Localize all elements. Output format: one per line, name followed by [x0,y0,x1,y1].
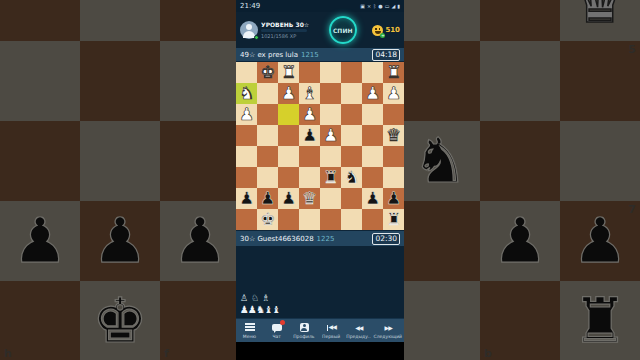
lower-panel: ♙ ♘ ♗ ♟♟♞♝♝ [236,246,404,318]
level-block: УРОВЕНЬ 30☆ 1021/1586 XP [261,21,313,39]
bottom-player-rating: 1225 [317,235,335,243]
white-piece: ♟ [239,104,254,125]
square-e7[interactable]: ♛ [299,188,320,209]
toolbar-label: Следующий [374,333,402,338]
white-piece: ♞ [239,83,254,104]
square-e2[interactable]: ♝ [299,83,320,104]
square-c4[interactable] [341,125,362,146]
status-icons: ▣×ᛒ●▭◢▮ [360,0,400,12]
bottom-toolbar: МенюЧатПрофиль◀◀Первый◀◀Предыду..▶▶Следу… [236,318,404,342]
premium-smiley-icon: + [372,25,383,36]
square-e5[interactable] [299,146,320,167]
toolbar-label: Меню [243,333,256,338]
square-a2[interactable]: ♟ [383,83,404,104]
square-b2[interactable]: ♟ [362,83,383,104]
white-piece: ♟ [323,125,338,146]
black-piece: ♟ [281,188,296,209]
square-a6[interactable] [383,167,404,188]
square-d1[interactable] [320,62,341,83]
menu-icon [245,323,255,332]
square-a1[interactable]: ♜ [383,62,404,83]
square-f7[interactable]: ♟ [278,188,299,209]
profile-icon [300,323,309,332]
white-piece: ♚ [260,62,275,83]
plus-badge-icon: + [380,33,385,38]
white-piece: ♟ [386,83,401,104]
status-icon: ▭ [385,0,390,12]
toolbar-item-menu[interactable]: Меню [236,319,263,342]
square-f2[interactable]: ♟ [278,83,299,104]
toolbar-label: Чат [273,333,281,338]
top-player-name: 49☆ ex pres lula [240,51,298,59]
square-g4[interactable] [257,125,278,146]
square-d6[interactable]: ♜ [320,167,341,188]
white-piece: ♛ [386,125,401,146]
bottom-black-strip [236,342,404,360]
level-label: УРОВЕНЬ 30☆ [261,21,313,28]
status-icon: ▮ [397,0,400,12]
toolbar-item-next[interactable]: ▶▶Следующий [372,319,404,342]
square-c6[interactable]: ♞ [341,167,362,188]
square-c2[interactable] [341,83,362,104]
square-a4[interactable]: ♛ [383,125,404,146]
square-b1[interactable] [362,62,383,83]
square-h3[interactable]: ♟ [236,104,257,125]
black-piece: ♛ [302,188,317,209]
black-piece: ♟ [365,188,380,209]
phone-screen: 21:49 ▣×ᛒ●▭◢▮ УРОВЕНЬ 30☆ 1021/1586 XP С… [236,0,404,360]
toolbar-item-prev[interactable]: ◀◀Предыду.. [345,319,372,342]
black-piece: ♞ [344,167,359,188]
top-player-rating: 1215 [301,51,319,59]
square-h4[interactable] [236,125,257,146]
square-f3[interactable] [278,104,299,125]
square-c8[interactable] [341,209,362,230]
coin-count: 510 [385,26,400,34]
square-f4[interactable] [278,125,299,146]
status-icon: × [367,0,371,12]
square-a7[interactable]: ♟ [383,188,404,209]
status-icon: ◢ [391,0,395,12]
black-piece: ♟ [386,188,401,209]
next-icon: ▶▶ [385,323,392,332]
status-icon: ▣ [360,0,365,12]
black-piece: ♜ [323,167,338,188]
status-icon: ● [378,0,382,12]
toolbar-label: Предыду.. [347,333,371,338]
spin-button[interactable]: СПИН [329,16,357,44]
square-d4[interactable]: ♟ [320,125,341,146]
square-b6[interactable] [362,167,383,188]
bottom-player-clock: 02:30 [372,233,400,245]
chat-icon [272,323,282,332]
square-h5[interactable] [236,146,257,167]
square-h6[interactable] [236,167,257,188]
status-icon: ᛒ [373,0,376,12]
black-piece: ♜ [386,209,401,230]
black-piece: ♟ [260,188,275,209]
square-b7[interactable]: ♟ [362,188,383,209]
square-c3[interactable] [341,104,362,125]
toolbar-label: Профиль [294,333,315,338]
square-e8[interactable] [299,209,320,230]
black-piece: ♚ [260,209,275,230]
captured-pieces-bottom: ♟♟♞♝♝ [240,304,404,315]
white-piece: ♜ [386,62,401,83]
square-h7[interactable]: ♟ [236,188,257,209]
square-h2[interactable]: ♞ [236,83,257,104]
status-time: 21:49 [240,2,260,10]
square-h1[interactable] [236,62,257,83]
square-f8[interactable] [278,209,299,230]
bottom-player-bar: 30☆ Guest46636028 1225 02:30 [236,230,404,246]
white-piece: ♟ [281,83,296,104]
avatar-person-icon [246,24,252,30]
captured-pieces-top: ♙ ♘ ♗ [240,293,404,304]
coins-block[interactable]: + 510 [372,25,400,36]
square-d7[interactable] [320,188,341,209]
square-c1[interactable] [341,62,362,83]
screenshot-root: ♟♟♛5♜♞♟♟♟♛♟♟7h♚fb♜ 21:49 ▣×ᛒ●▭◢▮ УРОВЕНЬ… [0,0,640,360]
square-g6[interactable] [257,167,278,188]
white-piece: ♜ [281,62,296,83]
square-a3[interactable] [383,104,404,125]
app-header: УРОВЕНЬ 30☆ 1021/1586 XP СПИН + 510 [236,12,404,48]
square-a5[interactable] [383,146,404,167]
toolbar-item-profile[interactable]: Профиль [291,319,318,342]
square-e3[interactable]: ♟ [299,104,320,125]
bottom-player-name: 30☆ Guest46636028 [240,235,314,243]
square-b5[interactable] [362,146,383,167]
white-piece: ♟ [365,83,380,104]
square-b8[interactable] [362,209,383,230]
square-e4[interactable]: ♟ [299,125,320,146]
square-h8[interactable] [236,209,257,230]
square-d5[interactable] [320,146,341,167]
prev-icon: ◀◀ [355,323,362,332]
square-a8[interactable]: ♜ [383,209,404,230]
square-g7[interactable]: ♟ [257,188,278,209]
square-g8[interactable]: ♚ [257,209,278,230]
square-g1[interactable]: ♚ [257,62,278,83]
white-piece: ♟ [302,104,317,125]
avatar[interactable] [240,21,258,39]
black-piece: ♟ [239,188,254,209]
square-e1[interactable] [299,62,320,83]
first-icon: ◀◀ [327,323,336,332]
status-bar: 21:49 ▣×ᛒ●▭◢▮ [236,0,404,12]
square-g2[interactable] [257,83,278,104]
square-d2[interactable] [320,83,341,104]
square-f1[interactable]: ♜ [278,62,299,83]
square-b3[interactable] [362,104,383,125]
toolbar-item-chat[interactable]: Чат [263,319,290,342]
square-e6[interactable] [299,167,320,188]
square-g3[interactable] [257,104,278,125]
square-b4[interactable] [362,125,383,146]
top-player-bar: 49☆ ex pres lula 1215 04:18 [236,48,404,62]
chess-board: ♚♜♜♞♟♝♟♟♟♟♟♟♛♜♞♟♟♟♛♟♟♚♜ [236,62,404,230]
square-c7[interactable] [341,188,362,209]
square-d8[interactable] [320,209,341,230]
xp-progress-bar [261,29,307,32]
black-piece: ♟ [302,125,317,146]
online-status-dot [254,35,259,40]
square-g5[interactable] [257,146,278,167]
toolbar-label: Первый [322,333,340,338]
toolbar-item-first[interactable]: ◀◀Первый [318,319,345,342]
square-d3[interactable] [320,104,341,125]
square-f5[interactable] [278,146,299,167]
notification-badge [280,320,285,325]
square-f6[interactable] [278,167,299,188]
xp-text: 1021/1586 XP [261,33,313,39]
white-piece: ♝ [302,83,317,104]
square-c5[interactable] [341,146,362,167]
top-player-clock: 04:18 [372,49,400,61]
